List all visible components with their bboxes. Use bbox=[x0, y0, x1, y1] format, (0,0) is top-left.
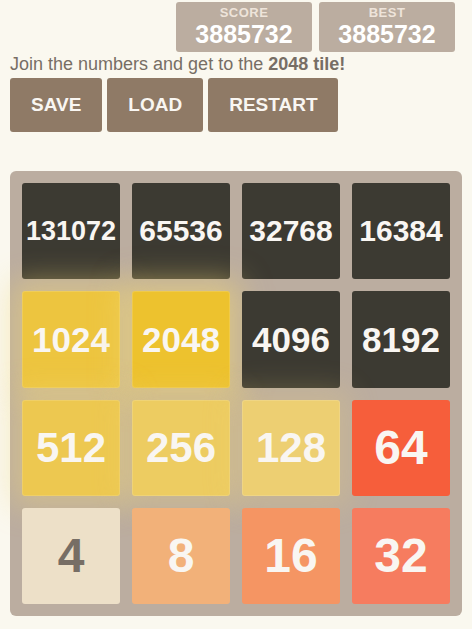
tile-32: 32 bbox=[352, 508, 450, 604]
tile-4: 4 bbox=[22, 508, 120, 604]
tile-16384: 16384 bbox=[352, 183, 450, 279]
subtitle: Join the numbers and get to the 2048 til… bbox=[10, 54, 345, 75]
score-box: SCORE 3885732 bbox=[176, 2, 312, 52]
tile-16: 16 bbox=[242, 508, 340, 604]
score-label: SCORE bbox=[220, 5, 269, 21]
tile-1024: 1024 bbox=[22, 291, 120, 387]
tile-32768: 32768 bbox=[242, 183, 340, 279]
tile-64: 64 bbox=[352, 400, 450, 496]
best-value: 3885732 bbox=[338, 21, 435, 49]
tile-4096: 4096 bbox=[242, 291, 340, 387]
board: 1310726553632768163841024204840968192512… bbox=[10, 171, 462, 616]
save-button[interactable]: SAVE bbox=[10, 78, 102, 132]
tile-131072: 131072 bbox=[22, 183, 120, 279]
button-bar: SAVE LOAD RESTART bbox=[10, 78, 338, 132]
best-box: BEST 3885732 bbox=[319, 2, 455, 52]
tile-2048: 2048 bbox=[132, 291, 230, 387]
tile-65536: 65536 bbox=[132, 183, 230, 279]
page: SCORE 3885732 BEST 3885732 Join the numb… bbox=[0, 0, 472, 629]
restart-button[interactable]: RESTART bbox=[208, 78, 338, 132]
subtitle-text: Join the numbers and get to the bbox=[10, 54, 268, 74]
score-panel: SCORE 3885732 BEST 3885732 bbox=[176, 2, 455, 52]
tile-8: 8 bbox=[132, 508, 230, 604]
load-button[interactable]: LOAD bbox=[107, 78, 203, 132]
tile-512: 512 bbox=[22, 400, 120, 496]
subtitle-goal: 2048 tile! bbox=[268, 54, 345, 74]
score-value: 3885732 bbox=[195, 21, 292, 49]
tile-128: 128 bbox=[242, 400, 340, 496]
tile-8192: 8192 bbox=[352, 291, 450, 387]
tile-256: 256 bbox=[132, 400, 230, 496]
best-label: BEST bbox=[369, 5, 406, 21]
